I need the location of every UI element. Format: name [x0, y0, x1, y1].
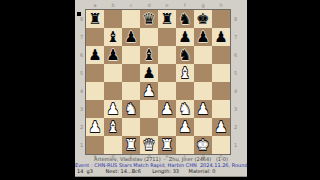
square-c4	[122, 82, 140, 100]
piece-white-pawn: ♟	[194, 100, 212, 118]
piece-white-king: ♚	[194, 136, 212, 154]
square-f1	[176, 136, 194, 154]
rank-label-3: 3	[79, 100, 84, 118]
piece-white-pawn: ♟	[176, 118, 194, 136]
piece-white-pawn: ♟	[158, 100, 176, 118]
piece-black-king: ♚	[194, 10, 212, 28]
square-h1	[212, 136, 230, 154]
square-e4	[158, 82, 176, 100]
square-e8: ♜	[158, 10, 176, 28]
square-g6	[194, 46, 212, 64]
square-b4	[104, 82, 122, 100]
square-b1	[104, 136, 122, 154]
piece-white-bishop: ♝	[176, 64, 194, 82]
square-b6: ♟	[104, 46, 122, 64]
piece-black-rook: ♜	[158, 10, 176, 28]
square-h8	[212, 10, 230, 28]
square-c1: ♜	[122, 136, 140, 154]
square-b5	[104, 64, 122, 82]
square-h5	[212, 64, 230, 82]
rank-labels-left: 87654321	[79, 10, 84, 154]
rank-label-5: 5	[233, 64, 238, 82]
square-d8: ♛	[140, 10, 158, 28]
chess-board: ♜♛♜♞♚♝♟♟♟♟♟♟♝♞♟♝♟♟♞♟♞♟♟♝♟♟♜♛♜♚	[86, 10, 230, 154]
square-e7	[158, 28, 176, 46]
video-frame: abcdefgh 87654321 87654321 ♜♛♜♞♚♝♟♟♟♟♟♟♝…	[0, 0, 320, 180]
square-h2: ♟	[212, 118, 230, 136]
rank-label-4: 4	[233, 82, 238, 100]
square-d6: ♝	[140, 46, 158, 64]
square-a8: ♜	[86, 10, 104, 28]
square-g1: ♚	[194, 136, 212, 154]
file-label-b: b	[104, 2, 122, 8]
rank-labels-right: 87654321	[233, 10, 238, 154]
rank-label-7: 7	[233, 28, 238, 46]
square-c8	[122, 10, 140, 28]
piece-white-bishop: ♝	[104, 118, 122, 136]
square-d5: ♟	[140, 64, 158, 82]
square-c7: ♟	[122, 28, 140, 46]
square-a3	[86, 100, 104, 118]
square-a2: ♟	[86, 118, 104, 136]
square-f7: ♟	[176, 28, 194, 46]
file-label-g: g	[194, 2, 212, 8]
rank-label-1: 1	[79, 136, 84, 154]
letterbox-left	[0, 0, 75, 180]
piece-black-pawn: ♟	[104, 46, 122, 64]
square-a1	[86, 136, 104, 154]
rank-label-4: 4	[79, 82, 84, 100]
piece-black-pawn: ♟	[86, 46, 104, 64]
caption: Artemiev, Vladislav (2711) - Zhu, Jiner …	[75, 157, 247, 174]
rank-label-5: 5	[79, 64, 84, 82]
piece-black-rook: ♜	[86, 10, 104, 28]
piece-black-bishop: ♝	[140, 46, 158, 64]
file-label-h: h	[212, 2, 230, 8]
piece-white-queen: ♛	[140, 136, 158, 154]
square-d2	[140, 118, 158, 136]
file-labels-top: abcdefgh	[86, 2, 230, 8]
piece-white-knight: ♞	[176, 100, 194, 118]
square-b3: ♟	[104, 100, 122, 118]
rank-label-3: 3	[233, 100, 238, 118]
file-label-e: e	[158, 2, 176, 8]
square-f6: ♞	[176, 46, 194, 64]
square-c6	[122, 46, 140, 64]
piece-white-rook: ♜	[158, 136, 176, 154]
square-d4: ♟	[140, 82, 158, 100]
rank-label-8: 8	[233, 10, 238, 28]
piece-black-pawn: ♟	[194, 28, 212, 46]
square-g3: ♟	[194, 100, 212, 118]
square-h3	[212, 100, 230, 118]
piece-white-pawn: ♟	[104, 100, 122, 118]
square-h4	[212, 82, 230, 100]
square-g4	[194, 82, 212, 100]
square-a5	[86, 64, 104, 82]
piece-black-knight: ♞	[176, 10, 194, 28]
square-h6	[212, 46, 230, 64]
file-label-d: d	[140, 2, 158, 8]
piece-black-pawn: ♟	[212, 28, 230, 46]
file-label-c: c	[122, 2, 140, 8]
rank-label-2: 2	[233, 118, 238, 136]
rank-label-6: 6	[79, 46, 84, 64]
square-f3: ♞	[176, 100, 194, 118]
square-a6: ♟	[86, 46, 104, 64]
square-c5	[122, 64, 140, 82]
rank-label-2: 2	[79, 118, 84, 136]
piece-black-pawn: ♟	[122, 28, 140, 46]
square-c2	[122, 118, 140, 136]
square-g2	[194, 118, 212, 136]
black-to-move-icon	[77, 12, 81, 16]
analysis-panel: abcdefgh 87654321 87654321 ♜♛♜♞♚♝♟♟♟♟♟♟♝…	[75, 0, 247, 180]
piece-white-knight: ♞	[122, 100, 140, 118]
square-f8: ♞	[176, 10, 194, 28]
letterbox-right	[247, 0, 320, 180]
square-d7	[140, 28, 158, 46]
piece-black-bishop: ♝	[104, 28, 122, 46]
piece-white-pawn: ♟	[86, 118, 104, 136]
square-b8	[104, 10, 122, 28]
square-f4	[176, 82, 194, 100]
square-a4	[86, 82, 104, 100]
caption-move-info: 14 g3 Next: 14...Bc6 Length: 33 Material…	[75, 169, 247, 175]
square-e5	[158, 64, 176, 82]
rank-label-7: 7	[79, 28, 84, 46]
square-d1: ♛	[140, 136, 158, 154]
piece-black-pawn: ♟	[176, 28, 194, 46]
square-h7: ♟	[212, 28, 230, 46]
square-g5	[194, 64, 212, 82]
square-e6	[158, 46, 176, 64]
square-f5: ♝	[176, 64, 194, 82]
piece-white-pawn: ♟	[212, 118, 230, 136]
square-e2	[158, 118, 176, 136]
square-e1: ♜	[158, 136, 176, 154]
piece-black-queen: ♛	[140, 10, 158, 28]
square-b2: ♝	[104, 118, 122, 136]
file-label-a: a	[86, 2, 104, 8]
rank-label-1: 1	[233, 136, 238, 154]
piece-white-pawn: ♟	[140, 82, 158, 100]
square-b7: ♝	[104, 28, 122, 46]
piece-white-rook: ♜	[122, 136, 140, 154]
square-g7: ♟	[194, 28, 212, 46]
square-a7	[86, 28, 104, 46]
square-c3: ♞	[122, 100, 140, 118]
file-label-f: f	[176, 2, 194, 8]
rank-label-6: 6	[233, 46, 238, 64]
square-g8: ♚	[194, 10, 212, 28]
square-d3	[140, 100, 158, 118]
piece-black-knight: ♞	[176, 46, 194, 64]
piece-black-pawn: ♟	[140, 64, 158, 82]
bottom-strip	[75, 176, 247, 180]
square-f2: ♟	[176, 118, 194, 136]
square-e3: ♟	[158, 100, 176, 118]
